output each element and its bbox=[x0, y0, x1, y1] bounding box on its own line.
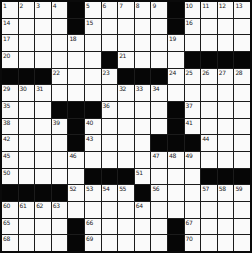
cell-r3c1[interactable]: 17 bbox=[2, 35, 18, 51]
clue-number-25: 25 bbox=[186, 69, 193, 76]
cell-r4c4[interactable] bbox=[52, 52, 68, 68]
clue-number-7: 7 bbox=[119, 2, 122, 9]
clue-number-64: 64 bbox=[136, 202, 143, 209]
cell-r9c1[interactable]: 42 bbox=[2, 135, 18, 151]
cell-r15c10[interactable] bbox=[151, 235, 167, 251]
cell-r6c9[interactable]: 33 bbox=[135, 85, 151, 101]
cell-r9c15[interactable] bbox=[234, 135, 250, 151]
cell-r14c2[interactable] bbox=[19, 219, 35, 235]
cell-r12c14[interactable]: 58 bbox=[218, 185, 234, 201]
cell-r3c11[interactable]: 19 bbox=[168, 35, 184, 51]
cell-r2c7[interactable] bbox=[102, 19, 118, 35]
clue-number-29: 29 bbox=[3, 85, 10, 92]
clue-number-21: 21 bbox=[119, 52, 126, 59]
cell-r15c7[interactable] bbox=[102, 235, 118, 251]
cell-r1c3[interactable]: 3 bbox=[35, 2, 51, 18]
cell-r8c13[interactable] bbox=[201, 119, 217, 135]
cell-r9c8[interactable] bbox=[118, 135, 134, 151]
cell-r5c11[interactable]: 24 bbox=[168, 69, 184, 85]
cell-r4c6[interactable] bbox=[85, 52, 101, 68]
cell-r1c4[interactable]: 4 bbox=[52, 2, 68, 18]
clue-number-16: 16 bbox=[186, 19, 193, 26]
cell-r12c11[interactable] bbox=[168, 185, 184, 201]
cell-r9c13[interactable]: 44 bbox=[201, 135, 217, 151]
clue-number-53: 53 bbox=[86, 185, 93, 192]
cell-r14c4[interactable] bbox=[52, 219, 68, 235]
clue-number-6: 6 bbox=[103, 2, 106, 9]
black-cell-r5c2 bbox=[19, 69, 35, 85]
cell-r11c12[interactable] bbox=[185, 169, 201, 185]
clue-number-58: 58 bbox=[219, 185, 226, 192]
black-cell-r7c11 bbox=[168, 102, 184, 118]
cell-r10c3[interactable] bbox=[35, 152, 51, 168]
clue-number-26: 26 bbox=[202, 69, 209, 76]
cell-r9c3[interactable] bbox=[35, 135, 51, 151]
black-cell-r5c1 bbox=[2, 69, 18, 85]
cell-r4c9[interactable] bbox=[135, 52, 151, 68]
black-cell-r7c4 bbox=[52, 102, 68, 118]
cell-r3c8[interactable] bbox=[118, 35, 134, 51]
black-cell-r4c15 bbox=[234, 52, 250, 68]
cell-r4c10[interactable] bbox=[151, 52, 167, 68]
cell-r2c15[interactable] bbox=[234, 19, 250, 35]
cell-r4c3[interactable] bbox=[35, 52, 51, 68]
cell-r10c10[interactable]: 47 bbox=[151, 152, 167, 168]
black-cell-r12c4 bbox=[52, 185, 68, 201]
cell-r1c13[interactable]: 11 bbox=[201, 2, 217, 18]
cell-r13c6[interactable] bbox=[85, 202, 101, 218]
clue-number-9: 9 bbox=[152, 2, 155, 9]
clue-number-67: 67 bbox=[186, 219, 193, 226]
cell-r4c1[interactable]: 20 bbox=[2, 52, 18, 68]
clue-number-36: 36 bbox=[103, 102, 110, 109]
clue-number-24: 24 bbox=[169, 69, 176, 76]
cell-r14c10[interactable] bbox=[151, 219, 167, 235]
cell-r10c12[interactable]: 49 bbox=[185, 152, 201, 168]
black-cell-r11c7 bbox=[102, 169, 118, 185]
cell-r14c6[interactable]: 66 bbox=[85, 219, 101, 235]
cell-r10c6[interactable] bbox=[85, 152, 101, 168]
clue-number-14: 14 bbox=[3, 19, 10, 26]
cell-r3c6[interactable] bbox=[85, 35, 101, 51]
clue-number-20: 20 bbox=[3, 52, 10, 59]
cell-r10c13[interactable] bbox=[201, 152, 217, 168]
cell-r13c8[interactable] bbox=[118, 202, 134, 218]
clue-number-32: 32 bbox=[119, 85, 126, 92]
cell-r10c2[interactable] bbox=[19, 152, 35, 168]
black-cell-r11c15 bbox=[234, 169, 250, 185]
clue-number-5: 5 bbox=[86, 2, 89, 9]
cell-r5c5[interactable] bbox=[68, 69, 84, 85]
cell-r7c14[interactable] bbox=[218, 102, 234, 118]
cell-r8c7[interactable] bbox=[102, 119, 118, 135]
clue-number-38: 38 bbox=[3, 119, 10, 126]
clue-number-57: 57 bbox=[202, 185, 209, 192]
cell-r3c14[interactable] bbox=[218, 35, 234, 51]
cell-r7c7[interactable]: 36 bbox=[102, 102, 118, 118]
clue-number-63: 63 bbox=[53, 202, 60, 209]
black-cell-r4c14 bbox=[218, 52, 234, 68]
cell-r12c6[interactable]: 53 bbox=[85, 185, 101, 201]
black-cell-r9c11 bbox=[168, 135, 184, 151]
black-cell-r11c8 bbox=[118, 169, 134, 185]
cell-r14c13[interactable] bbox=[201, 219, 217, 235]
clue-number-49: 49 bbox=[186, 152, 193, 159]
cell-r11c2[interactable] bbox=[19, 169, 35, 185]
clue-number-13: 13 bbox=[235, 2, 242, 9]
black-cell-r9c10 bbox=[151, 135, 167, 151]
cell-r8c12[interactable]: 41 bbox=[185, 119, 201, 135]
cell-r10c15[interactable] bbox=[234, 152, 250, 168]
black-cell-r8c11 bbox=[168, 119, 184, 135]
cell-r13c14[interactable] bbox=[218, 202, 234, 218]
cell-r5c15[interactable]: 28 bbox=[234, 69, 250, 85]
cell-r6c1[interactable]: 29 bbox=[2, 85, 18, 101]
black-cell-r1c11 bbox=[168, 2, 184, 18]
cell-r14c1[interactable]: 65 bbox=[2, 219, 18, 235]
cell-r2c8[interactable] bbox=[118, 19, 134, 35]
cell-r15c14[interactable] bbox=[218, 235, 234, 251]
cell-r5c7[interactable]: 23 bbox=[102, 69, 118, 85]
cell-r3c7[interactable] bbox=[102, 35, 118, 51]
cell-r7c13[interactable] bbox=[201, 102, 217, 118]
black-cell-r2c11 bbox=[168, 19, 184, 35]
cell-r10c11[interactable]: 48 bbox=[168, 152, 184, 168]
black-cell-r4c12 bbox=[185, 52, 201, 68]
clue-number-17: 17 bbox=[3, 35, 10, 42]
black-cell-r15c11 bbox=[168, 235, 184, 251]
cell-r7c10[interactable] bbox=[151, 102, 167, 118]
cell-r4c11[interactable] bbox=[168, 52, 184, 68]
cell-r8c15[interactable] bbox=[234, 119, 250, 135]
black-cell-r5c10 bbox=[151, 69, 167, 85]
cell-r8c1[interactable]: 38 bbox=[2, 119, 18, 135]
black-cell-r4c7 bbox=[102, 52, 118, 68]
black-cell-r8c5 bbox=[68, 119, 84, 135]
clue-number-65: 65 bbox=[3, 219, 10, 226]
cell-r13c1[interactable]: 60 bbox=[2, 202, 18, 218]
clue-number-1: 1 bbox=[3, 2, 6, 9]
cell-r14c15[interactable] bbox=[234, 219, 250, 235]
cell-r3c2[interactable] bbox=[19, 35, 35, 51]
cell-r6c15[interactable] bbox=[234, 85, 250, 101]
clue-number-47: 47 bbox=[152, 152, 159, 159]
cell-r5c6[interactable] bbox=[85, 69, 101, 85]
clue-number-68: 68 bbox=[3, 235, 10, 242]
cell-r12c5[interactable]: 52 bbox=[68, 185, 84, 201]
cell-r10c1[interactable]: 45 bbox=[2, 152, 18, 168]
cell-r1c12[interactable]: 10 bbox=[185, 2, 201, 18]
cell-r13c10[interactable] bbox=[151, 202, 167, 218]
clue-number-35: 35 bbox=[3, 102, 10, 109]
cell-r13c11[interactable] bbox=[168, 202, 184, 218]
cell-r7c1[interactable]: 35 bbox=[2, 102, 18, 118]
cell-r5c13[interactable]: 26 bbox=[201, 69, 217, 85]
cell-r8c3[interactable] bbox=[35, 119, 51, 135]
cell-r4c2[interactable] bbox=[19, 52, 35, 68]
cell-r12c8[interactable]: 55 bbox=[118, 185, 134, 201]
cell-r15c13[interactable] bbox=[201, 235, 217, 251]
clue-number-23: 23 bbox=[103, 69, 110, 76]
cell-r6c7[interactable] bbox=[102, 85, 118, 101]
cell-r3c3[interactable] bbox=[35, 35, 51, 51]
cell-r3c4[interactable] bbox=[52, 35, 68, 51]
cell-r15c2[interactable] bbox=[19, 235, 35, 251]
cell-r7c2[interactable] bbox=[19, 102, 35, 118]
clue-number-56: 56 bbox=[152, 185, 159, 192]
black-cell-r5c9 bbox=[135, 69, 151, 85]
cell-r3c5[interactable]: 18 bbox=[68, 35, 84, 51]
clue-number-52: 52 bbox=[69, 185, 76, 192]
cell-r14c14[interactable] bbox=[218, 219, 234, 235]
cell-r3c10[interactable] bbox=[151, 35, 167, 51]
clue-number-44: 44 bbox=[202, 135, 209, 142]
cell-r2c10[interactable] bbox=[151, 19, 167, 35]
clue-number-54: 54 bbox=[103, 185, 110, 192]
cell-r9c4[interactable] bbox=[52, 135, 68, 151]
black-cell-r12c1 bbox=[2, 185, 18, 201]
cell-r8c10[interactable] bbox=[151, 119, 167, 135]
cell-r1c8[interactable]: 7 bbox=[118, 2, 134, 18]
clue-number-3: 3 bbox=[36, 2, 39, 9]
cell-r7c15[interactable] bbox=[234, 102, 250, 118]
cell-r2c14[interactable] bbox=[218, 19, 234, 35]
black-cell-r5c8 bbox=[118, 69, 134, 85]
cell-r15c12[interactable]: 70 bbox=[185, 235, 201, 251]
cell-r3c13[interactable] bbox=[201, 35, 217, 51]
cell-r2c9[interactable] bbox=[135, 19, 151, 35]
clue-number-19: 19 bbox=[169, 35, 176, 42]
clue-number-59: 59 bbox=[235, 185, 242, 192]
cell-r4c5[interactable] bbox=[68, 52, 84, 68]
cell-r1c15[interactable]: 13 bbox=[234, 2, 250, 18]
cell-r6c5[interactable] bbox=[68, 85, 84, 101]
black-cell-r4c13 bbox=[201, 52, 217, 68]
cell-r12c13[interactable]: 57 bbox=[201, 185, 217, 201]
clue-number-45: 45 bbox=[3, 152, 10, 159]
cell-r8c8[interactable] bbox=[118, 119, 134, 135]
cell-r6c10[interactable]: 34 bbox=[151, 85, 167, 101]
clue-number-12: 12 bbox=[219, 2, 226, 9]
cell-r15c9[interactable] bbox=[135, 235, 151, 251]
cell-r15c3[interactable] bbox=[35, 235, 51, 251]
black-cell-r12c3 bbox=[35, 185, 51, 201]
cell-r6c13[interactable] bbox=[201, 85, 217, 101]
cell-r5c4[interactable]: 22 bbox=[52, 69, 68, 85]
cell-r10c4[interactable] bbox=[52, 152, 68, 168]
clue-number-15: 15 bbox=[86, 19, 93, 26]
clue-number-50: 50 bbox=[3, 169, 10, 176]
clue-number-11: 11 bbox=[202, 2, 209, 9]
black-cell-r11c13 bbox=[201, 169, 217, 185]
clue-number-10: 10 bbox=[186, 2, 193, 9]
clue-number-46: 46 bbox=[69, 152, 76, 159]
cell-r10c14[interactable] bbox=[218, 152, 234, 168]
cell-r14c8[interactable] bbox=[118, 219, 134, 235]
cell-r7c9[interactable] bbox=[135, 102, 151, 118]
clue-number-70: 70 bbox=[186, 235, 193, 242]
clue-number-18: 18 bbox=[69, 35, 76, 42]
cell-r2c4[interactable] bbox=[52, 19, 68, 35]
cell-r15c4[interactable] bbox=[52, 235, 68, 251]
cell-r8c4[interactable]: 39 bbox=[52, 119, 68, 135]
cell-r2c6[interactable]: 15 bbox=[85, 19, 101, 35]
cell-r6c2[interactable]: 30 bbox=[19, 85, 35, 101]
cell-r10c9[interactable] bbox=[135, 152, 151, 168]
cell-r6c11[interactable] bbox=[168, 85, 184, 101]
cell-r8c6[interactable]: 40 bbox=[85, 119, 101, 135]
black-cell-r9c12 bbox=[185, 135, 201, 151]
cell-r3c15[interactable] bbox=[234, 35, 250, 51]
cell-r8c14[interactable] bbox=[218, 119, 234, 135]
cell-r13c12[interactable] bbox=[185, 202, 201, 218]
black-cell-r9c5 bbox=[68, 135, 84, 151]
cell-r14c7[interactable] bbox=[102, 219, 118, 235]
black-cell-r14c5 bbox=[68, 219, 84, 235]
cell-r13c3[interactable]: 62 bbox=[35, 202, 51, 218]
cell-r15c8[interactable] bbox=[118, 235, 134, 251]
black-cell-r11c14 bbox=[218, 169, 234, 185]
cell-r3c12[interactable] bbox=[185, 35, 201, 51]
cell-r2c1[interactable]: 14 bbox=[2, 19, 18, 35]
clue-number-8: 8 bbox=[136, 2, 139, 9]
clue-number-28: 28 bbox=[235, 69, 242, 76]
cell-r13c13[interactable] bbox=[201, 202, 217, 218]
clue-number-2: 2 bbox=[20, 2, 23, 9]
cell-r1c1[interactable]: 1 bbox=[2, 2, 18, 18]
cell-r13c9[interactable]: 64 bbox=[135, 202, 151, 218]
clue-number-30: 30 bbox=[20, 85, 27, 92]
cell-r10c5[interactable]: 46 bbox=[68, 152, 84, 168]
cell-r8c9[interactable] bbox=[135, 119, 151, 135]
clue-number-60: 60 bbox=[3, 202, 10, 209]
cell-r1c7[interactable]: 6 bbox=[102, 2, 118, 18]
cell-r11c1[interactable]: 50 bbox=[2, 169, 18, 185]
clue-number-62: 62 bbox=[36, 202, 43, 209]
cell-r14c12[interactable]: 67 bbox=[185, 219, 201, 235]
black-cell-r5c3 bbox=[35, 69, 51, 85]
clue-number-37: 37 bbox=[186, 102, 193, 109]
black-cell-r7c5 bbox=[68, 102, 84, 118]
cell-r9c6[interactable]: 43 bbox=[85, 135, 101, 151]
clue-number-51: 51 bbox=[136, 169, 143, 176]
cell-r12c10[interactable]: 56 bbox=[151, 185, 167, 201]
cell-r13c15[interactable] bbox=[234, 202, 250, 218]
black-cell-r14c11 bbox=[168, 219, 184, 235]
cell-r14c3[interactable] bbox=[35, 219, 51, 235]
cell-r9c9[interactable] bbox=[135, 135, 151, 151]
cell-r11c11[interactable] bbox=[168, 169, 184, 185]
cell-r11c9[interactable]: 51 bbox=[135, 169, 151, 185]
black-cell-r12c2 bbox=[19, 185, 35, 201]
cell-r12c15[interactable]: 59 bbox=[234, 185, 250, 201]
clue-number-66: 66 bbox=[86, 219, 93, 226]
black-cell-r7c6 bbox=[85, 102, 101, 118]
cell-r1c10[interactable]: 9 bbox=[151, 2, 167, 18]
cell-r1c2[interactable]: 2 bbox=[19, 2, 35, 18]
cell-r9c7[interactable] bbox=[102, 135, 118, 151]
clue-number-43: 43 bbox=[86, 135, 93, 142]
cell-r9c14[interactable] bbox=[218, 135, 234, 151]
cell-r4c8[interactable]: 21 bbox=[118, 52, 134, 68]
cell-r11c4[interactable] bbox=[52, 169, 68, 185]
black-cell-r1c5 bbox=[68, 2, 84, 18]
cell-r7c8[interactable] bbox=[118, 102, 134, 118]
clue-number-48: 48 bbox=[169, 152, 176, 159]
cell-r6c12[interactable] bbox=[185, 85, 201, 101]
cell-r14c9[interactable] bbox=[135, 219, 151, 235]
clue-number-22: 22 bbox=[53, 69, 60, 76]
cell-r13c7[interactable] bbox=[102, 202, 118, 218]
cell-r5c14[interactable]: 27 bbox=[218, 69, 234, 85]
clue-number-42: 42 bbox=[3, 135, 10, 142]
cell-r9c2[interactable] bbox=[19, 135, 35, 151]
cell-r7c12[interactable]: 37 bbox=[185, 102, 201, 118]
cell-r2c2[interactable] bbox=[19, 19, 35, 35]
black-cell-r15c5 bbox=[68, 235, 84, 251]
clue-number-55: 55 bbox=[119, 185, 126, 192]
cell-r11c5[interactable] bbox=[68, 169, 84, 185]
cell-r11c3[interactable] bbox=[35, 169, 51, 185]
cell-r1c6[interactable]: 5 bbox=[85, 2, 101, 18]
black-cell-r2c5 bbox=[68, 19, 84, 35]
clue-number-31: 31 bbox=[36, 85, 43, 92]
clue-number-4: 4 bbox=[53, 2, 56, 9]
clue-number-27: 27 bbox=[219, 69, 226, 76]
cell-r15c15[interactable] bbox=[234, 235, 250, 251]
clue-number-41: 41 bbox=[186, 119, 193, 126]
cell-r11c10[interactable] bbox=[151, 169, 167, 185]
cell-r2c13[interactable] bbox=[201, 19, 217, 35]
cell-r1c14[interactable]: 12 bbox=[218, 2, 234, 18]
cell-r8c2[interactable] bbox=[19, 119, 35, 135]
cell-r2c12[interactable]: 16 bbox=[185, 19, 201, 35]
cell-r13c4[interactable]: 63 bbox=[52, 202, 68, 218]
clue-number-34: 34 bbox=[152, 85, 159, 92]
cell-r6c8[interactable]: 32 bbox=[118, 85, 134, 101]
cell-r10c8[interactable] bbox=[118, 152, 134, 168]
cell-r6c14[interactable] bbox=[218, 85, 234, 101]
cell-r15c6[interactable]: 69 bbox=[85, 235, 101, 251]
cell-r6c4[interactable] bbox=[52, 85, 68, 101]
black-cell-r12c9 bbox=[135, 185, 151, 201]
crossword-grid: 1234567891011121314151617181920212223242… bbox=[0, 0, 252, 253]
cell-r12c7[interactable]: 54 bbox=[102, 185, 118, 201]
cell-r7c3[interactable] bbox=[35, 102, 51, 118]
cell-r13c5[interactable] bbox=[68, 202, 84, 218]
clue-number-39: 39 bbox=[53, 119, 60, 126]
cell-r2c3[interactable] bbox=[35, 19, 51, 35]
cell-r12c12[interactable] bbox=[185, 185, 201, 201]
clue-number-40: 40 bbox=[86, 119, 93, 126]
clue-number-61: 61 bbox=[20, 202, 27, 209]
cell-r15c1[interactable]: 68 bbox=[2, 235, 18, 251]
cell-r1c9[interactable]: 8 bbox=[135, 2, 151, 18]
clue-number-33: 33 bbox=[136, 85, 143, 92]
cell-r5c12[interactable]: 25 bbox=[185, 69, 201, 85]
clue-number-69: 69 bbox=[86, 235, 93, 242]
cell-r13c2[interactable]: 61 bbox=[19, 202, 35, 218]
cell-r6c3[interactable]: 31 bbox=[35, 85, 51, 101]
cell-r10c7[interactable] bbox=[102, 152, 118, 168]
black-cell-r11c6 bbox=[85, 169, 101, 185]
cell-r3c9[interactable] bbox=[135, 35, 151, 51]
cell-r6c6[interactable] bbox=[85, 85, 101, 101]
